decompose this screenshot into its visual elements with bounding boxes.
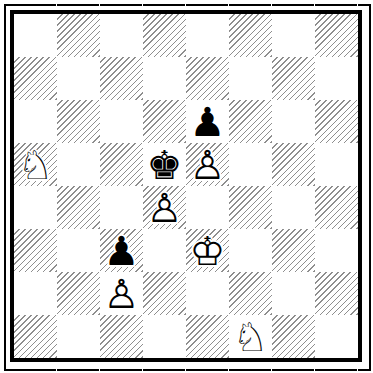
white-pawn-halo: ♟ [100, 272, 143, 315]
chess-diagram: ♟♟♞♘♚♚♟♙♟♙♟♟♚♔♟♙♞♘ [0, 0, 373, 373]
square-c7[interactable] [100, 57, 143, 100]
square-a7[interactable] [14, 57, 57, 100]
square-g1[interactable] [272, 315, 315, 358]
square-b7[interactable] [57, 57, 100, 100]
square-a1[interactable] [14, 315, 57, 358]
square-d4[interactable]: ♟♙ [143, 186, 186, 229]
square-h1[interactable] [315, 315, 358, 358]
black-pawn[interactable]: ♟ [100, 229, 143, 272]
square-e5[interactable]: ♟♙ [186, 143, 229, 186]
square-a4[interactable] [14, 186, 57, 229]
black-pawn[interactable]: ♟ [186, 100, 229, 143]
square-h2[interactable] [315, 272, 358, 315]
square-c4[interactable] [100, 186, 143, 229]
square-g6[interactable] [272, 100, 315, 143]
square-d5[interactable]: ♚♚ [143, 143, 186, 186]
white-knight[interactable]: ♘ [229, 315, 272, 358]
square-e4[interactable] [186, 186, 229, 229]
white-knight[interactable]: ♘ [14, 143, 57, 186]
square-g2[interactable] [272, 272, 315, 315]
square-e8[interactable] [186, 14, 229, 57]
square-e7[interactable] [186, 57, 229, 100]
white-pawn-halo: ♟ [143, 186, 186, 229]
black-pawn-halo: ♟ [100, 229, 143, 272]
square-f3[interactable] [229, 229, 272, 272]
black-king[interactable]: ♚ [143, 143, 186, 186]
white-pawn[interactable]: ♙ [100, 272, 143, 315]
square-g5[interactable] [272, 143, 315, 186]
white-pawn-halo: ♟ [186, 143, 229, 186]
square-f4[interactable] [229, 186, 272, 229]
square-a6[interactable] [14, 100, 57, 143]
square-h6[interactable] [315, 100, 358, 143]
square-b4[interactable] [57, 186, 100, 229]
frame-tick-marks-top [14, 4, 358, 6]
square-f5[interactable] [229, 143, 272, 186]
square-d2[interactable] [143, 272, 186, 315]
square-g3[interactable] [272, 229, 315, 272]
black-king-halo: ♚ [143, 143, 186, 186]
square-e1[interactable] [186, 315, 229, 358]
square-d8[interactable] [143, 14, 186, 57]
square-h7[interactable] [315, 57, 358, 100]
square-a2[interactable] [14, 272, 57, 315]
frame-tick-marks-bottom [14, 369, 358, 371]
square-c8[interactable] [100, 14, 143, 57]
square-b6[interactable] [57, 100, 100, 143]
square-c1[interactable] [100, 315, 143, 358]
square-g8[interactable] [272, 14, 315, 57]
square-a5[interactable]: ♞♘ [14, 143, 57, 186]
square-h5[interactable] [315, 143, 358, 186]
square-e3[interactable]: ♚♔ [186, 229, 229, 272]
white-king[interactable]: ♔ [186, 229, 229, 272]
white-pawn[interactable]: ♙ [186, 143, 229, 186]
square-e2[interactable] [186, 272, 229, 315]
white-knight-halo: ♞ [229, 315, 272, 358]
square-f8[interactable] [229, 14, 272, 57]
square-b3[interactable] [57, 229, 100, 272]
square-f1[interactable]: ♞♘ [229, 315, 272, 358]
white-pawn[interactable]: ♙ [143, 186, 186, 229]
chess-board: ♟♟♞♘♚♚♟♙♟♙♟♟♚♔♟♙♞♘ [14, 14, 358, 358]
square-b5[interactable] [57, 143, 100, 186]
square-a8[interactable] [14, 14, 57, 57]
white-knight-halo: ♞ [14, 143, 57, 186]
square-f7[interactable] [229, 57, 272, 100]
square-h8[interactable] [315, 14, 358, 57]
black-pawn-halo: ♟ [186, 100, 229, 143]
square-g7[interactable] [272, 57, 315, 100]
square-c5[interactable] [100, 143, 143, 186]
square-f2[interactable] [229, 272, 272, 315]
square-h4[interactable] [315, 186, 358, 229]
square-c3[interactable]: ♟♟ [100, 229, 143, 272]
square-e6[interactable]: ♟♟ [186, 100, 229, 143]
square-d6[interactable] [143, 100, 186, 143]
square-d7[interactable] [143, 57, 186, 100]
square-f6[interactable] [229, 100, 272, 143]
square-g4[interactable] [272, 186, 315, 229]
square-d3[interactable] [143, 229, 186, 272]
square-c2[interactable]: ♟♙ [100, 272, 143, 315]
square-h3[interactable] [315, 229, 358, 272]
square-b8[interactable] [57, 14, 100, 57]
square-c6[interactable] [100, 100, 143, 143]
square-d1[interactable] [143, 315, 186, 358]
square-b1[interactable] [57, 315, 100, 358]
white-king-halo: ♚ [186, 229, 229, 272]
square-b2[interactable] [57, 272, 100, 315]
square-a3[interactable] [14, 229, 57, 272]
